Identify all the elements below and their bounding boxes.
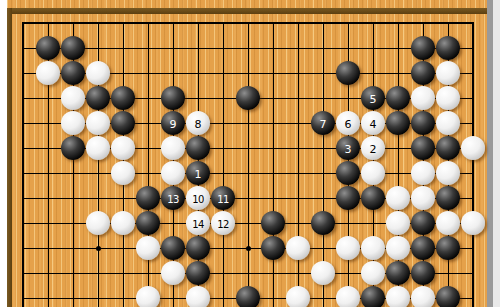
black-stone[interactable]	[411, 111, 435, 135]
white-stone[interactable]	[161, 261, 185, 285]
black-stone[interactable]	[61, 36, 85, 60]
white-stone[interactable]: 14	[186, 211, 210, 235]
black-stone[interactable]: 13	[161, 186, 185, 210]
white-stone[interactable]	[436, 161, 460, 185]
white-stone[interactable]	[86, 211, 110, 235]
white-stone[interactable]	[136, 286, 160, 307]
white-stone[interactable]	[111, 161, 135, 185]
black-stone[interactable]	[386, 261, 410, 285]
white-stone[interactable]	[286, 286, 310, 307]
black-stone[interactable]	[411, 261, 435, 285]
black-stone[interactable]	[411, 211, 435, 235]
white-stone[interactable]	[36, 61, 60, 85]
black-stone[interactable]	[411, 136, 435, 160]
white-stone[interactable]	[411, 286, 435, 307]
white-stone[interactable]	[111, 211, 135, 235]
white-stone[interactable]	[161, 136, 185, 160]
black-stone[interactable]	[361, 286, 385, 307]
white-stone[interactable]	[436, 61, 460, 85]
white-stone[interactable]: 8	[186, 111, 210, 135]
grid-line-horizontal	[22, 173, 474, 174]
black-stone[interactable]	[186, 236, 210, 260]
black-stone[interactable]	[336, 161, 360, 185]
black-stone[interactable]	[386, 86, 410, 110]
black-stone[interactable]	[436, 36, 460, 60]
white-stone[interactable]	[336, 286, 360, 307]
black-stone[interactable]	[336, 186, 360, 210]
black-stone[interactable]	[411, 236, 435, 260]
star-point	[246, 246, 251, 251]
black-stone[interactable]	[436, 186, 460, 210]
white-stone[interactable]	[436, 86, 460, 110]
grid-line-vertical	[472, 22, 474, 307]
grid-line-vertical	[248, 22, 249, 307]
white-stone[interactable]	[86, 61, 110, 85]
grid-line-vertical	[298, 22, 299, 307]
move-number-label: 10	[192, 194, 204, 205]
black-stone[interactable]	[336, 61, 360, 85]
black-stone[interactable]	[86, 86, 110, 110]
black-stone[interactable]	[261, 211, 285, 235]
move-number-label: 14	[192, 219, 204, 230]
move-number-label: 13	[167, 194, 179, 205]
white-stone[interactable]	[61, 86, 85, 110]
black-stone[interactable]	[361, 186, 385, 210]
white-stone[interactable]	[136, 236, 160, 260]
black-stone[interactable]: 3	[336, 136, 360, 160]
black-stone[interactable]: 9	[161, 111, 185, 135]
black-stone[interactable]	[436, 236, 460, 260]
black-stone[interactable]	[386, 111, 410, 135]
move-number-label: 3	[345, 143, 352, 156]
move-number-label: 8	[195, 118, 202, 131]
white-stone[interactable]	[311, 261, 335, 285]
white-stone[interactable]	[336, 236, 360, 260]
board-top-bevel	[7, 8, 487, 14]
white-stone[interactable]	[361, 161, 385, 185]
black-stone[interactable]: 5	[361, 86, 385, 110]
white-stone[interactable]: 6	[336, 111, 360, 135]
white-stone[interactable]	[386, 211, 410, 235]
grid-line-vertical	[148, 22, 149, 307]
move-number-label: 5	[370, 93, 377, 106]
white-stone[interactable]	[161, 161, 185, 185]
black-stone[interactable]: 7	[311, 111, 335, 135]
window-edge-light-strip	[493, 0, 500, 307]
white-stone[interactable]	[411, 161, 435, 185]
star-point	[96, 246, 101, 251]
black-stone[interactable]	[111, 111, 135, 135]
black-stone[interactable]	[61, 136, 85, 160]
black-stone[interactable]	[236, 286, 260, 307]
white-stone[interactable]	[61, 111, 85, 135]
white-stone[interactable]	[361, 236, 385, 260]
white-stone[interactable]	[361, 261, 385, 285]
white-stone[interactable]	[86, 136, 110, 160]
white-stone[interactable]	[186, 286, 210, 307]
board-left-bevel	[7, 8, 12, 307]
black-stone[interactable]	[136, 211, 160, 235]
white-stone[interactable]	[436, 211, 460, 235]
move-number-label: 12	[217, 219, 229, 230]
white-stone[interactable]: 10	[186, 186, 210, 210]
grid-line-vertical	[223, 22, 224, 307]
black-stone[interactable]	[61, 61, 85, 85]
white-stone[interactable]	[386, 186, 410, 210]
white-stone[interactable]	[386, 286, 410, 307]
black-stone[interactable]: 1	[186, 161, 210, 185]
black-stone[interactable]	[186, 261, 210, 285]
black-stone[interactable]	[136, 186, 160, 210]
move-number-label: 9	[170, 118, 177, 131]
black-stone[interactable]	[311, 211, 335, 235]
black-stone[interactable]	[411, 36, 435, 60]
white-stone[interactable]: 2	[361, 136, 385, 160]
black-stone[interactable]	[36, 36, 60, 60]
white-stone[interactable]	[111, 136, 135, 160]
black-stone[interactable]	[161, 236, 185, 260]
black-stone[interactable]	[436, 136, 460, 160]
move-number-label: 11	[217, 194, 229, 205]
white-stone[interactable]	[386, 236, 410, 260]
grid-line-vertical	[273, 22, 274, 307]
black-stone[interactable]: 11	[211, 186, 235, 210]
white-stone[interactable]	[286, 236, 310, 260]
grid-line-horizontal	[22, 48, 474, 49]
move-number-label: 1	[195, 168, 202, 181]
white-stone[interactable]	[86, 111, 110, 135]
white-stone[interactable]	[411, 86, 435, 110]
move-number-label: 2	[370, 143, 377, 156]
black-stone[interactable]	[236, 86, 260, 110]
white-stone[interactable]: 4	[361, 111, 385, 135]
black-stone[interactable]	[186, 136, 210, 160]
white-stone[interactable]: 12	[211, 211, 235, 235]
black-stone[interactable]	[436, 286, 460, 307]
white-stone[interactable]	[461, 136, 485, 160]
grid-line-horizontal	[22, 22, 474, 24]
black-stone[interactable]	[411, 61, 435, 85]
black-stone[interactable]	[161, 86, 185, 110]
move-number-label: 7	[320, 118, 327, 131]
white-stone[interactable]	[411, 186, 435, 210]
white-stone[interactable]	[436, 111, 460, 135]
black-stone[interactable]	[261, 236, 285, 260]
go-app-screenshot: 5987643211310111412	[0, 0, 500, 307]
white-stone[interactable]	[461, 211, 485, 235]
move-number-label: 6	[345, 118, 352, 131]
black-stone[interactable]	[111, 86, 135, 110]
move-number-label: 4	[370, 118, 377, 131]
grid-line-vertical	[22, 22, 24, 307]
